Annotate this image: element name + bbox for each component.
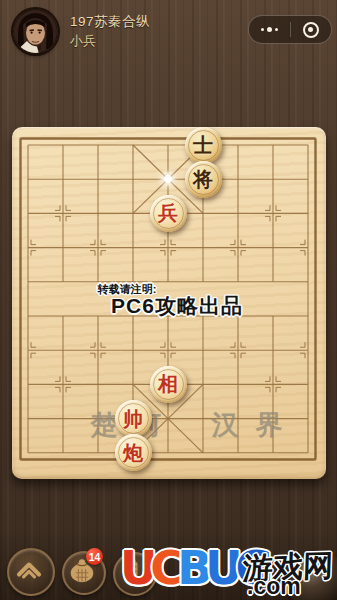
watermark-letter: C (150, 541, 177, 595)
piece-士[interactable]: 士 (185, 127, 222, 164)
piece-将[interactable]: 将 (185, 161, 222, 198)
exit-button[interactable] (291, 16, 332, 43)
watermark-source: PC6攻略出品 (111, 292, 243, 320)
watermark-dotcom: .com (247, 573, 301, 600)
more-button[interactable] (249, 16, 290, 43)
hint-count-badge: 14 (86, 548, 103, 565)
river-label-jie: 界 (256, 407, 283, 443)
exit-circle-icon (303, 22, 319, 38)
wechat-capsule (248, 15, 332, 44)
watermark-letter: B (177, 541, 205, 595)
piece-label: 相 (158, 374, 178, 394)
river-label-han: 汉 (212, 407, 239, 443)
watermark-letter: U (120, 541, 150, 595)
avatar[interactable] (13, 9, 58, 54)
piece-炮[interactable]: 炮 (115, 434, 152, 471)
river-label-chu: 楚 (91, 407, 118, 443)
more-dots-icon (261, 28, 264, 31)
piece-label: 炮 (123, 443, 143, 463)
expand-panel-button[interactable] (7, 548, 55, 596)
avatar-portrait-icon (13, 9, 58, 54)
watermark-letter: U (205, 541, 235, 595)
piece-相[interactable]: 相 (150, 366, 187, 403)
piece-label: 帅 (123, 409, 143, 429)
piece-label: 将 (193, 169, 213, 189)
piece-帅[interactable]: 帅 (115, 400, 152, 437)
level-title: 197苏秦合纵 (70, 13, 150, 31)
last-move-highlight (160, 171, 176, 187)
chevron-up-icon (9, 550, 49, 590)
piece-label: 士 (193, 135, 213, 155)
level-rank: 小兵 (70, 32, 96, 50)
piece-label: 兵 (158, 203, 178, 223)
piece-兵[interactable]: 兵 (150, 195, 187, 232)
app-screen: 197苏秦合纵 小兵 楚 河 汉 界 士将兵相帅炮 转载请注明: PC6攻略出品 (0, 0, 337, 600)
